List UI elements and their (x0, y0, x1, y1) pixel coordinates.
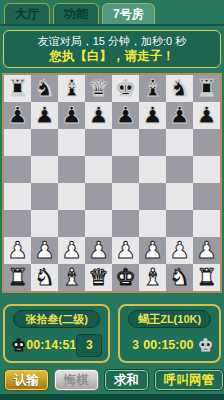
white-king-icon: ♚ (11, 335, 26, 355)
tab-lobby[interactable]: 大厅 (4, 3, 50, 24)
square-d6[interactable] (85, 129, 112, 156)
square-g2[interactable]: ♟ (166, 237, 193, 264)
black-pawn: ♟ (61, 102, 82, 129)
square-a7[interactable]: ♟ (4, 102, 31, 129)
white-player-panel: 张拾叁(二级) ♚ 00:14:51 3 (3, 304, 110, 363)
black-pawn: ♟ (7, 102, 28, 129)
offer-draw-button[interactable]: 求和 (104, 369, 149, 391)
square-g3[interactable] (166, 210, 193, 237)
black-pawn: ♟ (88, 102, 109, 129)
white-pawn: ♟ (169, 237, 190, 264)
white-queen: ♛ (88, 264, 109, 291)
square-d7[interactable]: ♟ (85, 102, 112, 129)
square-f4[interactable] (139, 183, 166, 210)
white-pawn: ♟ (7, 237, 28, 264)
square-d2[interactable]: ♟ (85, 237, 112, 264)
square-b6[interactable] (31, 129, 58, 156)
square-h1[interactable]: ♜ (193, 264, 220, 291)
square-c7[interactable]: ♟ (58, 102, 85, 129)
black-bishop: ♝ (142, 75, 163, 102)
black-player-row: 3 00:15:00 ♚ (126, 334, 213, 356)
square-h4[interactable] (193, 183, 220, 210)
square-e2[interactable]: ♟ (112, 237, 139, 264)
black-queen: ♛ (88, 75, 109, 102)
square-d3[interactable] (85, 210, 112, 237)
square-g7[interactable]: ♟ (166, 102, 193, 129)
white-knight: ♞ (34, 264, 55, 291)
square-e7[interactable]: ♟ (112, 102, 139, 129)
square-f5[interactable] (139, 156, 166, 183)
square-a1[interactable]: ♜ (4, 264, 31, 291)
black-pawn: ♟ (196, 102, 217, 129)
square-c1[interactable]: ♝ (58, 264, 85, 291)
white-pawn: ♟ (34, 237, 55, 264)
black-player-panel: 蝎王ZL(10K) 3 00:15:00 ♚ (118, 304, 221, 363)
chess-board: ♜♞♝♛♚♝♞♜♟♟♟♟♟♟♟♟♟♟♟♟♟♟♟♟♜♞♝♛♚♝♞♜ (2, 73, 222, 293)
black-knight: ♞ (34, 75, 55, 102)
square-h5[interactable] (193, 156, 220, 183)
square-d8[interactable]: ♛ (85, 75, 112, 102)
white-pawn: ♟ (196, 237, 217, 264)
white-player-name: 张拾叁(二级) (13, 310, 100, 328)
black-king: ♚ (115, 75, 136, 102)
black-bishop: ♝ (61, 75, 82, 102)
player-panels: 张拾叁(二级) ♚ 00:14:51 3 蝎王ZL(10K) 3 00:15:0… (3, 304, 221, 363)
square-e4[interactable] (112, 183, 139, 210)
white-knight: ♞ (169, 264, 190, 291)
square-f1[interactable]: ♝ (139, 264, 166, 291)
square-e8[interactable]: ♚ (112, 75, 139, 102)
tab-functions[interactable]: 功能 (53, 3, 99, 24)
square-g5[interactable] (166, 156, 193, 183)
white-player-clock: 00:14:51 (26, 338, 76, 352)
square-c6[interactable] (58, 129, 85, 156)
square-g8[interactable]: ♞ (166, 75, 193, 102)
status-panel: 友谊对局，15 分钟，加秒:0 秒 您执【白】，请走子！ (3, 30, 221, 68)
action-bar: 认输 悔棋 求和 呼叫网管 (4, 369, 220, 391)
footer-strip (0, 394, 224, 400)
square-e6[interactable] (112, 129, 139, 156)
square-f8[interactable]: ♝ (139, 75, 166, 102)
white-pawn: ♟ (115, 237, 136, 264)
square-e3[interactable] (112, 210, 139, 237)
white-rook: ♜ (196, 264, 217, 291)
turn-prompt-text: 您执【白】，请走子！ (50, 48, 175, 64)
black-pawn: ♟ (115, 102, 136, 129)
square-h8[interactable]: ♜ (193, 75, 220, 102)
square-h7[interactable]: ♟ (193, 102, 220, 129)
square-a3[interactable] (4, 210, 31, 237)
white-bishop: ♝ (142, 264, 163, 291)
black-pawn: ♟ (169, 102, 190, 129)
square-b1[interactable]: ♞ (31, 264, 58, 291)
tab-room7[interactable]: 7号房 (102, 3, 155, 24)
square-d1[interactable]: ♛ (85, 264, 112, 291)
square-a5[interactable] (4, 156, 31, 183)
takeback-button[interactable]: 悔棋 (54, 369, 99, 391)
black-king-icon: ♚ (198, 335, 213, 355)
square-h3[interactable] (193, 210, 220, 237)
black-rook: ♜ (196, 75, 217, 102)
square-f6[interactable] (139, 129, 166, 156)
black-pawn: ♟ (142, 102, 163, 129)
game-settings-text: 友谊对局，15 分钟，加秒:0 秒 (38, 34, 187, 48)
black-pawn: ♟ (34, 102, 55, 129)
square-b7[interactable]: ♟ (31, 102, 58, 129)
square-b2[interactable]: ♟ (31, 237, 58, 264)
square-c3[interactable] (58, 210, 85, 237)
square-b3[interactable] (31, 210, 58, 237)
board-grid: ♜♞♝♛♚♝♞♜♟♟♟♟♟♟♟♟♟♟♟♟♟♟♟♟♜♞♝♛♚♝♞♜ (4, 75, 220, 291)
square-b4[interactable] (31, 183, 58, 210)
square-g6[interactable] (166, 129, 193, 156)
white-player-row: ♚ 00:14:51 3 (11, 334, 102, 356)
square-g4[interactable] (166, 183, 193, 210)
square-e1[interactable]: ♚ (112, 264, 139, 291)
black-rook: ♜ (7, 75, 28, 102)
resign-button[interactable]: 认输 (4, 369, 49, 391)
square-d4[interactable] (85, 183, 112, 210)
square-g1[interactable]: ♞ (166, 264, 193, 291)
square-b8[interactable]: ♞ (31, 75, 58, 102)
white-pawn: ♟ (61, 237, 82, 264)
square-c5[interactable] (58, 156, 85, 183)
black-player-score: 3 (126, 338, 139, 352)
square-d5[interactable] (85, 156, 112, 183)
white-player-score: 3 (76, 334, 102, 357)
square-a4[interactable] (4, 183, 31, 210)
square-f3[interactable] (139, 210, 166, 237)
call-admin-button[interactable]: 呼叫网管 (154, 369, 224, 391)
black-knight: ♞ (169, 75, 190, 102)
white-king: ♚ (115, 264, 136, 291)
white-rook: ♜ (7, 264, 28, 291)
square-c4[interactable] (58, 183, 85, 210)
square-h6[interactable] (193, 129, 220, 156)
square-c8[interactable]: ♝ (58, 75, 85, 102)
square-f2[interactable]: ♟ (139, 237, 166, 264)
white-pawn: ♟ (142, 237, 163, 264)
square-b5[interactable] (31, 156, 58, 183)
square-a6[interactable] (4, 129, 31, 156)
white-bishop: ♝ (61, 264, 82, 291)
black-player-clock: 00:15:00 (143, 338, 193, 352)
square-h2[interactable]: ♟ (193, 237, 220, 264)
tab-bar: 大厅 功能 7号房 (0, 0, 224, 26)
square-c2[interactable]: ♟ (58, 237, 85, 264)
square-f7[interactable]: ♟ (139, 102, 166, 129)
square-e5[interactable] (112, 156, 139, 183)
white-pawn: ♟ (88, 237, 109, 264)
square-a2[interactable]: ♟ (4, 237, 31, 264)
black-player-name: 蝎王ZL(10K) (128, 310, 211, 328)
square-a8[interactable]: ♜ (4, 75, 31, 102)
